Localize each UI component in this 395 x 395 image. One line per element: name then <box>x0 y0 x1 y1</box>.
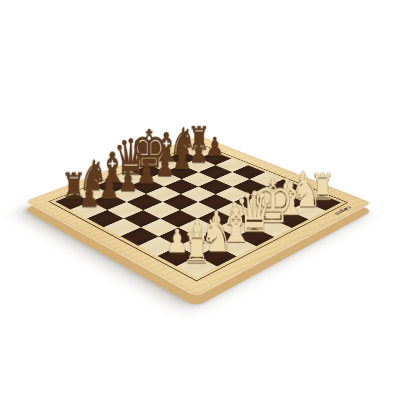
white-rook: ♜ <box>176 193 216 268</box>
square: ♜ <box>176 255 217 276</box>
board-scene: ♜♟♟♜♞♟♟♞♝♟♟♝♚♟♟♚♛♟♟♛♝♟♟♝♞♟♟♞♜♟♟♜ cayro <box>0 0 395 395</box>
square: ♟ <box>70 201 106 218</box>
chess-board: ♜♟♟♜♞♟♟♞♝♟♟♝♚♟♟♚♛♟♟♛♝♟♟♝♞♟♟♞♜♟♟♜ cayro <box>24 135 372 296</box>
product-photo-stage: ♜♟♟♜♞♟♟♞♝♟♟♝♚♟♟♚♛♟♟♛♝♟♟♝♞♟♟♞♜♟♟♜ cayro <box>0 0 395 395</box>
board-frame: ♜♟♟♜♞♟♟♞♝♟♟♝♚♟♟♚♛♟♟♛♝♟♟♝♞♟♟♞♜♟♟♜ cayro <box>24 135 372 296</box>
board-play-area: ♜♟♟♜♞♟♟♞♝♟♟♝♚♟♟♚♛♟♟♛♝♟♟♝♞♟♟♞♜♟♟♜ <box>48 143 348 281</box>
black-pawn: ♟ <box>70 144 106 211</box>
board-grid: ♜♟♟♜♞♟♟♞♝♟♟♝♚♟♟♚♛♟♟♛♝♟♟♝♞♟♟♞♜♟♟♜ <box>55 145 341 276</box>
